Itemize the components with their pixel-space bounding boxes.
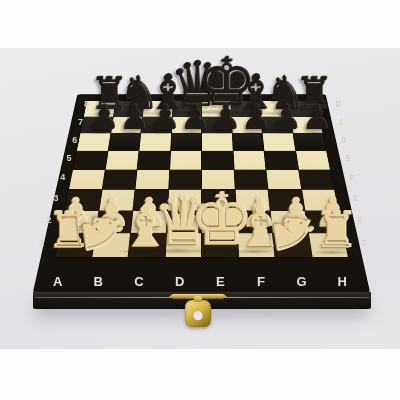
square-h6 [293,133,326,150]
square-b2 [96,211,133,233]
square-e6 [202,133,232,150]
square-c6 [139,133,170,150]
square-g5 [264,151,297,169]
square-g1 [273,234,311,258]
square-b6 [108,133,140,150]
square-f8 [231,101,261,116]
square-f4 [234,170,267,189]
square-h4 [299,170,334,189]
square-h7 [290,117,322,133]
square-g6 [263,133,295,150]
square-a5 [73,151,107,169]
square-c3 [133,190,167,211]
square-g3 [268,190,304,211]
product-photo: ABCDEFGH8877665544332211♜♞♝♛♚♝♞♜♟♟♟♟♟♟♟♟… [0,0,400,400]
square-e4 [202,170,234,189]
square-c2 [131,211,167,233]
square-f5 [233,151,265,169]
brass-clasp-ornament [185,300,211,327]
square-c5 [138,151,170,169]
square-c1 [129,234,166,258]
chess-board [34,95,369,292]
square-g7 [261,117,292,133]
square-d8 [172,101,201,116]
square-a7 [81,117,113,133]
square-c8 [143,101,173,116]
square-g4 [266,170,300,189]
square-a4 [69,170,104,189]
square-a3 [65,190,102,211]
board-squares [54,101,349,258]
square-e7 [202,117,232,133]
square-a1 [55,234,94,258]
square-f7 [231,117,261,133]
square-f3 [235,190,269,211]
square-h1 [308,234,347,258]
square-g8 [259,101,289,116]
square-d5 [170,151,201,169]
square-f6 [232,133,263,150]
square-c4 [135,170,168,189]
square-h2 [305,211,343,233]
square-e2 [202,211,237,233]
square-h3 [302,190,339,211]
square-f2 [236,211,272,233]
square-a8 [84,101,115,116]
square-h8 [288,101,319,116]
square-d2 [166,211,201,233]
square-a6 [77,133,110,150]
square-b7 [111,117,142,133]
square-e8 [202,101,231,116]
square-d6 [171,133,201,150]
square-g2 [271,211,308,233]
square-c7 [141,117,171,133]
square-a2 [60,211,98,233]
square-b8 [113,101,143,116]
square-d7 [172,117,202,133]
square-h5 [296,151,330,169]
square-d3 [168,190,201,211]
square-b5 [105,151,138,169]
square-b3 [99,190,135,211]
square-e5 [202,151,233,169]
square-d4 [169,170,201,189]
square-e1 [202,234,238,258]
square-e3 [202,190,235,211]
square-f1 [237,234,274,258]
square-b4 [102,170,136,189]
square-d1 [165,234,201,258]
square-b1 [92,234,130,258]
